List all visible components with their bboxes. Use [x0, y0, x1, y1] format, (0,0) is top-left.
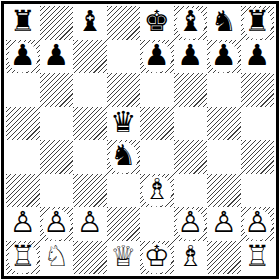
piece-black-rook: ♜: [244, 7, 270, 36]
square-e8[interactable]: ♚: [140, 6, 174, 40]
square-c6[interactable]: [73, 73, 107, 107]
square-c7[interactable]: [73, 40, 107, 74]
square-g6[interactable]: [207, 73, 241, 107]
square-a6[interactable]: [6, 73, 40, 107]
piece-white-pawn: ♙: [211, 208, 237, 237]
square-d3[interactable]: [107, 174, 141, 208]
square-g2[interactable]: ♙: [207, 207, 241, 241]
square-g5[interactable]: [207, 107, 241, 141]
square-c8[interactable]: ♝: [73, 6, 107, 40]
piece-white-bishop: ♗: [177, 242, 203, 271]
square-d8[interactable]: [107, 6, 141, 40]
square-a3[interactable]: [6, 174, 40, 208]
piece-white-king: ♔: [144, 242, 170, 271]
piece-white-pawn: ♙: [10, 208, 36, 237]
piece-black-knight: ♞: [110, 141, 136, 170]
square-d4[interactable]: ♞: [107, 140, 141, 174]
piece-black-pawn: ♟: [144, 41, 170, 70]
square-b4[interactable]: [40, 140, 74, 174]
square-h3[interactable]: [241, 174, 275, 208]
square-d6[interactable]: [107, 73, 141, 107]
square-b3[interactable]: [40, 174, 74, 208]
square-b7[interactable]: ♟: [40, 40, 74, 74]
square-f2[interactable]: ♙: [174, 207, 208, 241]
piece-white-bishop: ♗: [144, 175, 170, 204]
square-d7[interactable]: [107, 40, 141, 74]
piece-white-knight: ♘: [43, 242, 69, 271]
piece-black-pawn: ♟: [43, 41, 69, 70]
square-h4[interactable]: [241, 140, 275, 174]
piece-black-rook: ♜: [10, 7, 36, 36]
chess-diagram: ♜♝♚♝♞♜♟♟♟♟♟♟♛♞♗♙♙♙♙♙♙♖♘♕♔♗♖: [0, 0, 280, 280]
square-g7[interactable]: ♟: [207, 40, 241, 74]
square-b6[interactable]: [40, 73, 74, 107]
square-c1[interactable]: [73, 241, 107, 275]
square-e5[interactable]: [140, 107, 174, 141]
square-e6[interactable]: [140, 73, 174, 107]
square-c4[interactable]: [73, 140, 107, 174]
square-a7[interactable]: ♟: [6, 40, 40, 74]
square-h2[interactable]: ♙: [241, 207, 275, 241]
square-b1[interactable]: ♘: [40, 241, 74, 275]
square-g3[interactable]: [207, 174, 241, 208]
piece-black-pawn: ♟: [177, 41, 203, 70]
piece-white-pawn: ♙: [43, 208, 69, 237]
piece-black-bishop: ♝: [177, 7, 203, 36]
square-d1[interactable]: ♕: [107, 241, 141, 275]
square-a2[interactable]: ♙: [6, 207, 40, 241]
square-e7[interactable]: ♟: [140, 40, 174, 74]
square-f7[interactable]: ♟: [174, 40, 208, 74]
square-a5[interactable]: [6, 107, 40, 141]
square-g4[interactable]: [207, 140, 241, 174]
board-frame: ♜♝♚♝♞♜♟♟♟♟♟♟♛♞♗♙♙♙♙♙♙♖♘♕♔♗♖: [1, 1, 279, 279]
piece-white-pawn: ♙: [244, 208, 270, 237]
square-g1[interactable]: [207, 241, 241, 275]
piece-white-pawn: ♙: [177, 208, 203, 237]
piece-black-queen: ♛: [110, 108, 136, 137]
square-h6[interactable]: [241, 73, 275, 107]
piece-black-pawn: ♟: [211, 41, 237, 70]
square-a1[interactable]: ♖: [6, 241, 40, 275]
square-f1[interactable]: ♗: [174, 241, 208, 275]
square-d5[interactable]: ♛: [107, 107, 141, 141]
square-f3[interactable]: [174, 174, 208, 208]
square-e1[interactable]: ♔: [140, 241, 174, 275]
square-d2[interactable]: [107, 207, 141, 241]
piece-white-rook: ♖: [244, 242, 270, 271]
square-a4[interactable]: [6, 140, 40, 174]
piece-white-pawn: ♙: [77, 208, 103, 237]
piece-black-knight: ♞: [211, 7, 237, 36]
square-h1[interactable]: ♖: [241, 241, 275, 275]
square-f6[interactable]: [174, 73, 208, 107]
square-g8[interactable]: ♞: [207, 6, 241, 40]
square-f5[interactable]: [174, 107, 208, 141]
piece-black-bishop: ♝: [77, 7, 103, 36]
square-f8[interactable]: ♝: [174, 6, 208, 40]
square-c3[interactable]: [73, 174, 107, 208]
square-e2[interactable]: [140, 207, 174, 241]
square-b5[interactable]: [40, 107, 74, 141]
square-b2[interactable]: ♙: [40, 207, 74, 241]
piece-black-pawn: ♟: [244, 41, 270, 70]
square-c2[interactable]: ♙: [73, 207, 107, 241]
square-e3[interactable]: ♗: [140, 174, 174, 208]
square-f4[interactable]: [174, 140, 208, 174]
piece-white-queen: ♕: [110, 242, 136, 271]
chess-board: ♜♝♚♝♞♜♟♟♟♟♟♟♛♞♗♙♙♙♙♙♙♖♘♕♔♗♖: [6, 6, 274, 274]
square-e4[interactable]: [140, 140, 174, 174]
piece-white-rook: ♖: [10, 242, 36, 271]
square-a8[interactable]: ♜: [6, 6, 40, 40]
square-h5[interactable]: [241, 107, 275, 141]
square-b8[interactable]: [40, 6, 74, 40]
square-h7[interactable]: ♟: [241, 40, 275, 74]
piece-black-pawn: ♟: [10, 41, 36, 70]
piece-black-king: ♚: [144, 7, 170, 36]
square-c5[interactable]: [73, 107, 107, 141]
square-h8[interactable]: ♜: [241, 6, 275, 40]
